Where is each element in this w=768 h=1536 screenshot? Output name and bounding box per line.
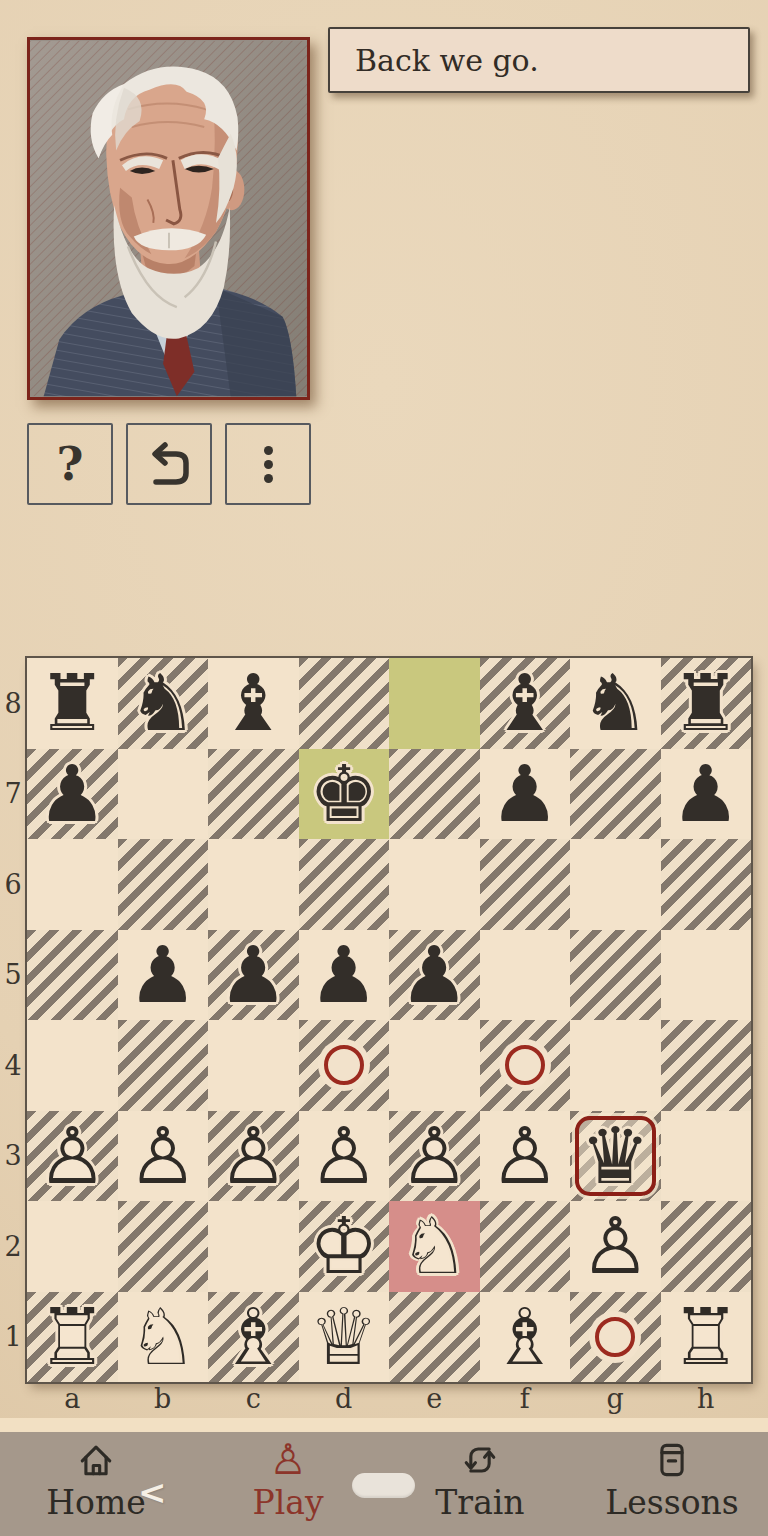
square-h3[interactable] xyxy=(661,1111,752,1202)
square-e6[interactable] xyxy=(389,839,480,930)
square-f3[interactable]: ♟♙ xyxy=(480,1111,571,1202)
page-indicator-pill xyxy=(352,1473,415,1498)
question-icon: ? xyxy=(57,437,84,491)
black-rook: ♜ xyxy=(27,658,118,749)
square-d3[interactable]: ♟♙ xyxy=(299,1111,390,1202)
white-pawn: ♙ xyxy=(389,1111,480,1202)
rank-label-3: 3 xyxy=(0,1111,26,1202)
square-g1[interactable] xyxy=(570,1292,661,1383)
toolbar: ? xyxy=(27,423,311,505)
square-c4[interactable] xyxy=(208,1020,299,1111)
move-target-dot-f4[interactable] xyxy=(505,1045,545,1085)
rank-label-2: 2 xyxy=(0,1201,26,1292)
white-rook: ♖ xyxy=(661,1292,752,1383)
square-g5[interactable] xyxy=(570,930,661,1021)
app-screen: Back we go. ? 87654321 ♜♞♝♝♞♜♟♚♟♟♟♟♟♟♟♙♟… xyxy=(0,0,768,1536)
file-label-d: d xyxy=(299,1382,390,1414)
square-c1[interactable]: ♝♗ xyxy=(208,1292,299,1383)
cycle-icon xyxy=(458,1438,502,1482)
square-h1[interactable]: ♜♖ xyxy=(661,1292,752,1383)
black-pawn: ♟ xyxy=(661,749,752,840)
square-g4[interactable] xyxy=(570,1020,661,1111)
rank-labels: 87654321 xyxy=(0,658,26,1382)
black-knight: ♞ xyxy=(570,658,661,749)
square-c7[interactable] xyxy=(208,749,299,840)
white-pawn-fill: ♟ xyxy=(208,1111,299,1202)
white-bishop: ♗ xyxy=(480,1292,571,1383)
square-d8[interactable] xyxy=(299,658,390,749)
rank-label-7: 7 xyxy=(0,749,26,840)
square-b4[interactable] xyxy=(118,1020,209,1111)
file-label-g: g xyxy=(570,1382,661,1414)
nav-item-lessons[interactable]: Lessons xyxy=(576,1432,768,1536)
white-pawn-fill: ♟ xyxy=(299,1111,390,1202)
white-pawn-fill: ♟ xyxy=(118,1111,209,1202)
square-b3[interactable]: ♟♙ xyxy=(118,1111,209,1202)
black-bishop: ♝ xyxy=(480,658,571,749)
square-a5[interactable] xyxy=(27,930,118,1021)
square-c5[interactable]: ♟ xyxy=(208,930,299,1021)
square-b6[interactable] xyxy=(118,839,209,930)
square-g2[interactable]: ♟♙ xyxy=(570,1201,661,1292)
square-f5[interactable] xyxy=(480,930,571,1021)
nav-label-lessons: Lessons xyxy=(605,1483,738,1522)
black-pawn: ♟ xyxy=(480,749,571,840)
white-pawn: ♙ xyxy=(27,1111,118,1202)
attacked-piece-frame xyxy=(575,1116,656,1197)
white-rook: ♖ xyxy=(27,1292,118,1383)
square-e2[interactable]: ♞♘ xyxy=(389,1201,480,1292)
file-label-e: e xyxy=(389,1382,480,1414)
rank-label-8: 8 xyxy=(0,658,26,749)
black-knight: ♞ xyxy=(118,658,209,749)
black-pawn: ♟ xyxy=(118,930,209,1021)
square-h8[interactable]: ♜ xyxy=(661,658,752,749)
file-label-a: a xyxy=(27,1382,118,1414)
square-d7[interactable]: ♚ xyxy=(299,749,390,840)
square-b1[interactable]: ♞♘ xyxy=(118,1292,209,1383)
white-pawn: ♙ xyxy=(299,1111,390,1202)
white-pawn-fill: ♟ xyxy=(480,1111,571,1202)
square-a2[interactable] xyxy=(27,1201,118,1292)
white-rook-fill: ♜ xyxy=(661,1292,752,1383)
square-d6[interactable] xyxy=(299,839,390,930)
square-d4[interactable] xyxy=(299,1020,390,1111)
square-a8[interactable]: ♜ xyxy=(27,658,118,749)
black-rook: ♜ xyxy=(661,658,752,749)
white-pawn: ♙ xyxy=(570,1201,661,1292)
square-a1[interactable]: ♜♖ xyxy=(27,1292,118,1383)
square-f2[interactable] xyxy=(480,1201,571,1292)
white-pawn-fill: ♟ xyxy=(27,1111,118,1202)
rank-label-6: 6 xyxy=(0,839,26,930)
square-h5[interactable] xyxy=(661,930,752,1021)
white-bishop-fill: ♝ xyxy=(208,1292,299,1383)
file-label-f: f xyxy=(480,1382,571,1414)
white-pawn: ♙ xyxy=(480,1111,571,1202)
square-b2[interactable] xyxy=(118,1201,209,1292)
square-e5[interactable]: ♟ xyxy=(389,930,480,1021)
speech-text: Back we go. xyxy=(355,43,539,78)
rank-label-4: 4 xyxy=(0,1020,26,1111)
file-label-c: c xyxy=(208,1382,299,1414)
white-queen-fill: ♛ xyxy=(299,1292,390,1383)
white-knight-fill: ♞ xyxy=(118,1292,209,1383)
nav-top-strip xyxy=(0,1418,768,1432)
back-chevron-icon[interactable]: < xyxy=(138,1472,167,1512)
square-f8[interactable]: ♝ xyxy=(480,658,571,749)
square-g7[interactable] xyxy=(570,749,661,840)
square-d5[interactable]: ♟ xyxy=(299,930,390,1021)
white-pawn: ♙ xyxy=(118,1111,209,1202)
square-c3[interactable]: ♟♙ xyxy=(208,1111,299,1202)
chess-board: ♜♞♝♝♞♜♟♚♟♟♟♟♟♟♟♙♟♙♟♙♟♙♟♙♟♙♛♚♔♞♘♟♙♜♖♞♘♝♗♛… xyxy=(27,658,751,1382)
undo-button[interactable] xyxy=(126,423,212,505)
nav-label-train: Train xyxy=(435,1483,524,1522)
square-e7[interactable] xyxy=(389,749,480,840)
square-c2[interactable] xyxy=(208,1201,299,1292)
square-c8[interactable]: ♝ xyxy=(208,658,299,749)
black-pawn: ♟ xyxy=(299,930,390,1021)
pawn-icon: ♙ xyxy=(269,1438,307,1482)
white-bishop: ♗ xyxy=(208,1292,299,1383)
square-e3[interactable]: ♟♙ xyxy=(389,1111,480,1202)
white-bishop-fill: ♝ xyxy=(480,1292,571,1383)
white-knight: ♘ xyxy=(118,1292,209,1383)
square-e4[interactable] xyxy=(389,1020,480,1111)
vertical-ellipsis-icon xyxy=(264,441,273,488)
square-f4[interactable] xyxy=(480,1020,571,1111)
move-target-dot-d4[interactable] xyxy=(324,1045,364,1085)
square-f7[interactable]: ♟ xyxy=(480,749,571,840)
square-c6[interactable] xyxy=(208,839,299,930)
rank-label-1: 1 xyxy=(0,1292,26,1383)
square-a4[interactable] xyxy=(27,1020,118,1111)
square-e8[interactable] xyxy=(389,658,480,749)
square-f1[interactable]: ♝♗ xyxy=(480,1292,571,1383)
tutor-illustration xyxy=(30,40,307,397)
book-icon xyxy=(650,1438,694,1482)
rank-label-5: 5 xyxy=(0,930,26,1021)
square-g8[interactable]: ♞ xyxy=(570,658,661,749)
white-rook-fill: ♜ xyxy=(27,1292,118,1383)
square-b5[interactable]: ♟ xyxy=(118,930,209,1021)
nav-label-play: Play xyxy=(252,1483,323,1522)
square-d2[interactable]: ♚♔ xyxy=(299,1201,390,1292)
black-pawn: ♟ xyxy=(208,930,299,1021)
square-g6[interactable] xyxy=(570,839,661,930)
white-pawn-fill: ♟ xyxy=(570,1201,661,1292)
white-pawn: ♙ xyxy=(208,1111,299,1202)
nav-label-home: Home xyxy=(46,1483,145,1522)
black-pawn: ♟ xyxy=(389,930,480,1021)
square-d1[interactable]: ♛♕ xyxy=(299,1292,390,1383)
square-h7[interactable]: ♟ xyxy=(661,749,752,840)
tutor-portrait xyxy=(27,37,310,400)
white-knight: ♘ xyxy=(389,1201,480,1292)
square-b8[interactable]: ♞ xyxy=(118,658,209,749)
white-king-fill: ♚ xyxy=(299,1201,390,1292)
file-label-b: b xyxy=(118,1382,209,1414)
square-e1[interactable] xyxy=(389,1292,480,1383)
square-g3[interactable]: ♛ xyxy=(570,1111,661,1202)
bottom-nav: Home ♙ Play Train xyxy=(0,1432,768,1536)
undo-icon xyxy=(141,436,197,492)
square-b7[interactable] xyxy=(118,749,209,840)
file-label-h: h xyxy=(661,1382,752,1414)
home-icon xyxy=(74,1438,118,1482)
file-labels: abcdefgh xyxy=(27,1382,751,1414)
square-a6[interactable] xyxy=(27,839,118,930)
white-king: ♔ xyxy=(299,1201,390,1292)
white-knight-fill: ♞ xyxy=(389,1201,480,1292)
square-h6[interactable] xyxy=(661,839,752,930)
black-bishop: ♝ xyxy=(208,658,299,749)
square-f6[interactable] xyxy=(480,839,571,930)
square-h4[interactable] xyxy=(661,1020,752,1111)
white-pawn-fill: ♟ xyxy=(389,1111,480,1202)
square-h2[interactable] xyxy=(661,1201,752,1292)
move-target-dot-g1[interactable] xyxy=(595,1317,635,1357)
square-a7[interactable]: ♟ xyxy=(27,749,118,840)
speech-bubble: Back we go. xyxy=(328,27,750,93)
menu-button[interactable] xyxy=(225,423,311,505)
black-king: ♚ xyxy=(299,749,390,840)
black-pawn: ♟ xyxy=(27,749,118,840)
hint-button[interactable]: ? xyxy=(27,423,113,505)
square-a3[interactable]: ♟♙ xyxy=(27,1111,118,1202)
white-queen: ♕ xyxy=(299,1292,390,1383)
